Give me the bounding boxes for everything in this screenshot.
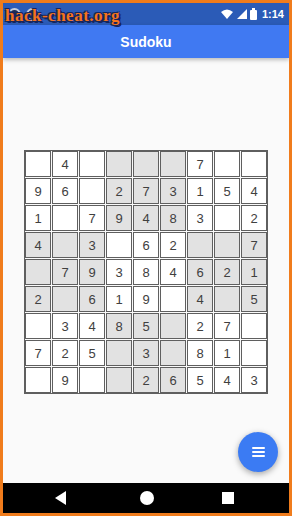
cell-r7c2[interactable]: 3 [52,313,78,339]
cell-r2c1[interactable]: 9 [25,178,51,204]
cell-r7c4[interactable]: 8 [106,313,132,339]
cell-r8c3[interactable]: 5 [79,340,105,366]
cell-r3c7[interactable]: 3 [187,205,213,231]
cell-r9c6[interactable]: 6 [160,367,186,393]
cell-r1c7[interactable]: 7 [187,151,213,177]
cell-r9c9[interactable]: 3 [241,367,267,393]
cell-r2c9[interactable]: 4 [241,178,267,204]
cell-r2c3[interactable] [79,178,105,204]
cell-r8c7[interactable]: 8 [187,340,213,366]
cell-r3c2[interactable] [52,205,78,231]
cell-r4c2[interactable] [52,232,78,258]
cell-r1c4[interactable] [106,151,132,177]
cell-r6c1[interactable]: 2 [25,286,51,312]
cell-r9c3[interactable] [79,367,105,393]
cell-r3c1[interactable]: 1 [25,205,51,231]
cell-r4c7[interactable] [187,232,213,258]
cell-r7c8[interactable]: 7 [214,313,240,339]
sudoku-grid: 4796273154179483243627793846212619453485… [24,150,268,394]
phone-screen: hack-cheat.org 1:14 Sudoku 4796273154179… [0,0,292,516]
cell-r8c4[interactable] [106,340,132,366]
cell-r2c5[interactable]: 7 [133,178,159,204]
app-bar: Sudoku [3,25,289,58]
notification-icon [26,8,39,21]
cell-r9c5[interactable]: 2 [133,367,159,393]
cell-r5c4[interactable]: 3 [106,259,132,285]
notification-area [8,8,39,21]
cell-r3c5[interactable]: 4 [133,205,159,231]
cell-r8c5[interactable]: 3 [133,340,159,366]
status-bar: 1:14 [3,3,289,25]
cell-r9c8[interactable]: 4 [214,367,240,393]
cell-r3c8[interactable] [214,205,240,231]
cell-r6c7[interactable]: 4 [187,286,213,312]
cell-r2c6[interactable]: 3 [160,178,186,204]
cell-r6c9[interactable]: 5 [241,286,267,312]
cell-r5c9[interactable]: 1 [241,259,267,285]
cell-r7c3[interactable]: 4 [79,313,105,339]
cell-r7c5[interactable]: 5 [133,313,159,339]
cell-r9c4[interactable] [106,367,132,393]
cell-r9c1[interactable] [25,367,51,393]
cell-r8c2[interactable]: 2 [52,340,78,366]
cell-r1c6[interactable] [160,151,186,177]
cell-r6c6[interactable] [160,286,186,312]
cell-r1c1[interactable] [25,151,51,177]
home-icon[interactable] [140,491,154,505]
cell-r9c2[interactable]: 9 [52,367,78,393]
cell-r7c9[interactable] [241,313,267,339]
cell-r1c3[interactable] [79,151,105,177]
cell-r7c6[interactable] [160,313,186,339]
cell-r5c5[interactable]: 8 [133,259,159,285]
cell-r4c4[interactable] [106,232,132,258]
cell-r1c9[interactable] [241,151,267,177]
cell-r3c3[interactable]: 7 [79,205,105,231]
cell-r4c6[interactable]: 2 [160,232,186,258]
cell-r4c1[interactable]: 4 [25,232,51,258]
cell-r6c4[interactable]: 1 [106,286,132,312]
cell-r3c9[interactable]: 2 [241,205,267,231]
cell-r2c7[interactable]: 1 [187,178,213,204]
menu-icon [252,447,265,449]
cell-r2c8[interactable]: 5 [214,178,240,204]
cell-r6c8[interactable] [214,286,240,312]
cell-r8c6[interactable] [160,340,186,366]
cell-r4c5[interactable]: 6 [133,232,159,258]
cell-r5c3[interactable]: 9 [79,259,105,285]
cell-r1c8[interactable] [214,151,240,177]
cell-r5c2[interactable]: 7 [52,259,78,285]
cell-r6c5[interactable]: 9 [133,286,159,312]
page-title: Sudoku [120,34,171,50]
cell-r2c4[interactable]: 2 [106,178,132,204]
cell-r9c7[interactable]: 5 [187,367,213,393]
battery-icon [250,8,257,20]
cell-r3c6[interactable]: 8 [160,205,186,231]
cell-r3c4[interactable]: 9 [106,205,132,231]
cell-r5c7[interactable]: 6 [187,259,213,285]
cell-r4c9[interactable]: 7 [241,232,267,258]
cell-r7c7[interactable]: 2 [187,313,213,339]
cell-r4c3[interactable]: 3 [79,232,105,258]
cell-r1c5[interactable] [133,151,159,177]
notification-icon [8,8,21,21]
cell-r1c2[interactable]: 4 [52,151,78,177]
android-nav-bar [3,483,289,513]
cell-r5c1[interactable] [25,259,51,285]
cell-r8c8[interactable]: 1 [214,340,240,366]
back-icon[interactable] [55,491,66,505]
menu-fab-button[interactable] [238,432,278,472]
wifi-icon [221,9,233,19]
cell-r6c2[interactable] [52,286,78,312]
signal-icon [236,9,247,19]
clock: 1:14 [262,8,284,20]
cell-r5c8[interactable]: 2 [214,259,240,285]
cell-r7c1[interactable] [25,313,51,339]
cell-r6c3[interactable]: 6 [79,286,105,312]
main-content: 4796273154179483243627793846212619453485… [3,58,289,483]
cell-r4c8[interactable] [214,232,240,258]
cell-r5c6[interactable]: 4 [160,259,186,285]
recents-icon[interactable] [222,492,234,504]
cell-r8c9[interactable] [241,340,267,366]
cell-r8c1[interactable]: 7 [25,340,51,366]
cell-r2c2[interactable]: 6 [52,178,78,204]
status-indicators: 1:14 [221,8,284,20]
